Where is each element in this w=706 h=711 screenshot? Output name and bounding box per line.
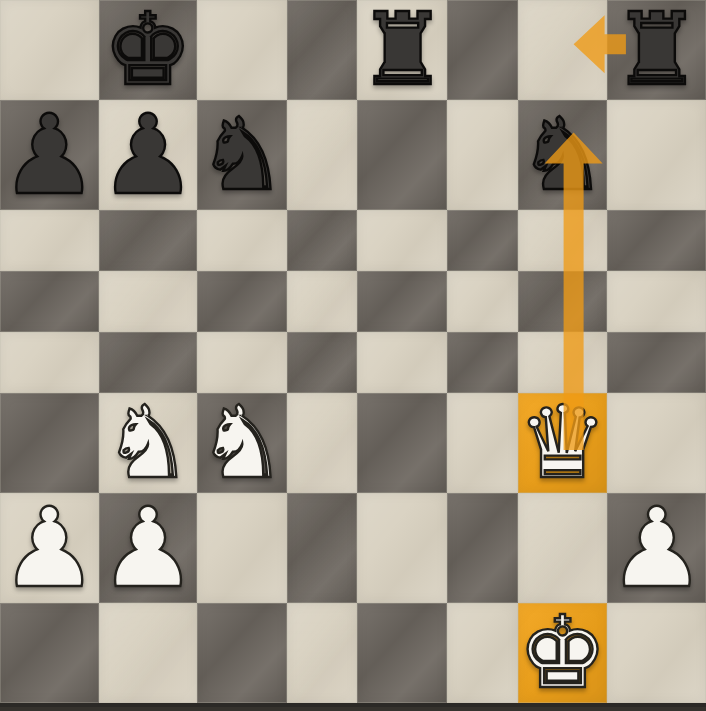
- square-h5[interactable]: [607, 271, 706, 332]
- square-f2[interactable]: [447, 493, 518, 603]
- square-h4[interactable]: [607, 332, 706, 393]
- white-knight-piece[interactable]: ♞: [99, 393, 198, 493]
- square-e8[interactable]: ♜: [357, 0, 447, 100]
- black-pawn-piece[interactable]: ♟: [0, 100, 99, 210]
- square-g1[interactable]: ♚: [518, 603, 608, 703]
- square-h7[interactable]: [607, 100, 706, 210]
- square-e2[interactable]: [357, 493, 447, 603]
- square-b5[interactable]: [99, 271, 198, 332]
- square-d4[interactable]: [287, 332, 358, 393]
- square-a7[interactable]: ♟: [0, 100, 99, 210]
- square-h8[interactable]: ♜: [607, 0, 706, 100]
- square-a5[interactable]: [0, 271, 99, 332]
- square-a6[interactable]: [0, 210, 99, 271]
- square-b2[interactable]: ♟: [99, 493, 198, 603]
- white-pawn-piece[interactable]: ♟: [607, 493, 706, 603]
- square-d2[interactable]: [287, 493, 358, 603]
- square-h6[interactable]: [607, 210, 706, 271]
- square-e1[interactable]: [357, 603, 447, 703]
- square-d6[interactable]: [287, 210, 358, 271]
- square-c7[interactable]: ♞: [197, 100, 287, 210]
- square-d8[interactable]: [287, 0, 358, 100]
- square-h1[interactable]: [607, 603, 706, 703]
- square-g7[interactable]: ♞: [518, 100, 608, 210]
- black-pawn-piece[interactable]: ♟: [99, 100, 198, 210]
- black-rook-piece[interactable]: ♜: [357, 0, 447, 100]
- black-rook-piece[interactable]: ♜: [607, 0, 706, 100]
- square-f6[interactable]: [447, 210, 518, 271]
- square-c6[interactable]: [197, 210, 287, 271]
- square-f8[interactable]: [447, 0, 518, 100]
- square-d7[interactable]: [287, 100, 358, 210]
- black-knight-piece[interactable]: ♞: [518, 100, 608, 210]
- square-a4[interactable]: [0, 332, 99, 393]
- square-d1[interactable]: [287, 603, 358, 703]
- white-pawn-piece[interactable]: ♟: [99, 493, 198, 603]
- square-d3[interactable]: [287, 393, 358, 493]
- square-c3[interactable]: ♞: [197, 393, 287, 493]
- square-b6[interactable]: [99, 210, 198, 271]
- square-b8[interactable]: ♚: [99, 0, 198, 100]
- square-d5[interactable]: [287, 271, 358, 332]
- square-e3[interactable]: [357, 393, 447, 493]
- white-king-piece[interactable]: ♚: [518, 603, 608, 703]
- square-a1[interactable]: [0, 603, 99, 703]
- board-squares: ♚♜♜♟♟♞♞♞♞♛♟♟♟♚: [0, 0, 706, 703]
- square-g2[interactable]: [518, 493, 608, 603]
- square-a2[interactable]: ♟: [0, 493, 99, 603]
- chess-board: ♚♜♜♟♟♞♞♞♞♛♟♟♟♚: [0, 0, 706, 711]
- square-b1[interactable]: [99, 603, 198, 703]
- square-e5[interactable]: [357, 271, 447, 332]
- square-b3[interactable]: ♞: [99, 393, 198, 493]
- black-knight-piece[interactable]: ♞: [197, 100, 287, 210]
- square-g6[interactable]: [518, 210, 608, 271]
- square-e6[interactable]: [357, 210, 447, 271]
- square-f7[interactable]: [447, 100, 518, 210]
- square-c2[interactable]: [197, 493, 287, 603]
- square-e7[interactable]: [357, 100, 447, 210]
- square-e4[interactable]: [357, 332, 447, 393]
- square-h3[interactable]: [607, 393, 706, 493]
- square-a8[interactable]: [0, 0, 99, 100]
- white-knight-piece[interactable]: ♞: [197, 393, 287, 493]
- square-f5[interactable]: [447, 271, 518, 332]
- black-king-piece[interactable]: ♚: [99, 0, 198, 100]
- square-h2[interactable]: ♟: [607, 493, 706, 603]
- square-g8[interactable]: [518, 0, 608, 100]
- square-b7[interactable]: ♟: [99, 100, 198, 210]
- square-f4[interactable]: [447, 332, 518, 393]
- square-g5[interactable]: [518, 271, 608, 332]
- square-g3[interactable]: ♛: [518, 393, 608, 493]
- square-c5[interactable]: [197, 271, 287, 332]
- square-c8[interactable]: [197, 0, 287, 100]
- square-c1[interactable]: [197, 603, 287, 703]
- square-f3[interactable]: [447, 393, 518, 493]
- white-queen-piece[interactable]: ♛: [518, 393, 608, 493]
- square-f1[interactable]: [447, 603, 518, 703]
- square-a3[interactable]: [0, 393, 99, 493]
- white-pawn-piece[interactable]: ♟: [0, 493, 99, 603]
